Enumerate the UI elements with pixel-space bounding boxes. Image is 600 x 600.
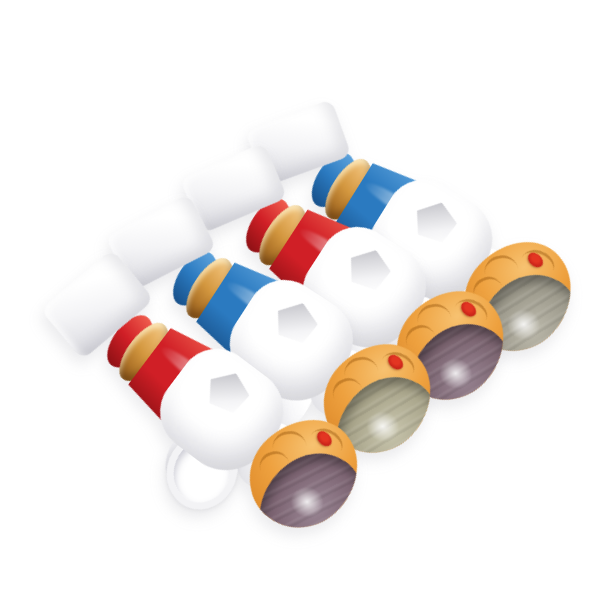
product-photo-canvas xyxy=(0,0,600,600)
head-back-paint xyxy=(238,433,380,548)
specular-glare xyxy=(288,484,327,521)
